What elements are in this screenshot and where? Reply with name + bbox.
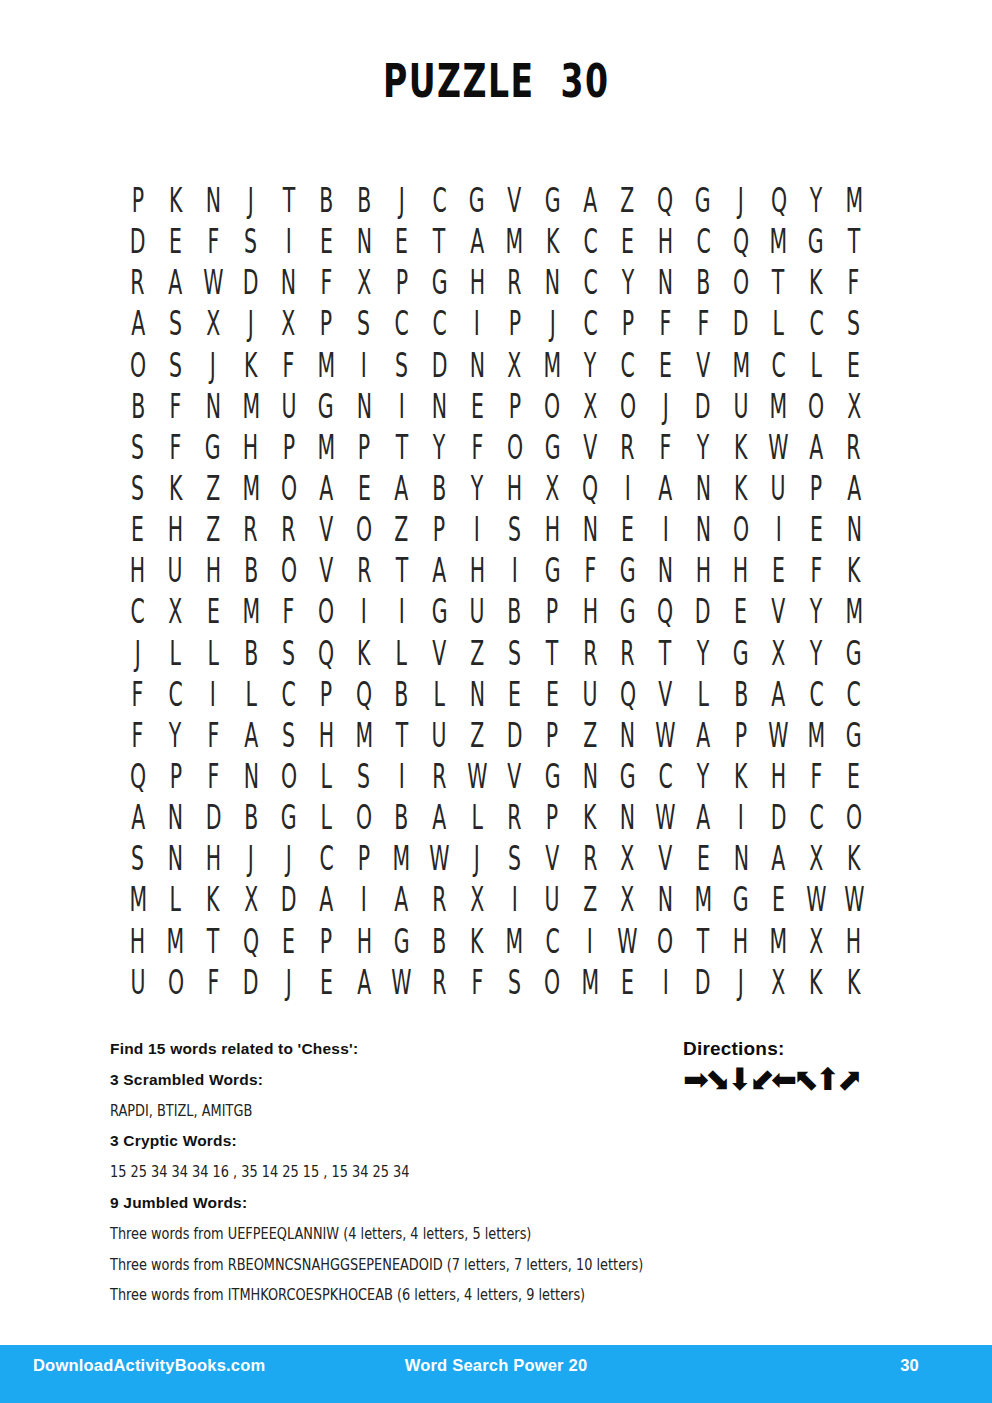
grid-cell[interactable]: C [383,303,421,344]
grid-cell[interactable]: G [194,427,232,468]
grid-cell[interactable]: N [345,386,383,427]
grid-cell[interactable]: N [722,838,760,879]
grid-cell[interactable]: L [157,633,195,674]
grid-cell[interactable]: G [835,633,873,674]
grid-cell[interactable]: L [194,633,232,674]
grid-cell[interactable]: K [534,221,572,262]
grid-cell[interactable]: X [797,838,835,879]
grid-cell[interactable]: E [609,509,647,550]
grid-cell[interactable]: P [157,756,195,797]
grid-cell[interactable]: A [647,468,685,509]
grid-cell[interactable]: A [157,262,195,303]
grid-cell[interactable]: P [534,715,572,756]
grid-cell[interactable]: X [609,838,647,879]
grid-cell[interactable]: H [496,468,534,509]
grid-cell[interactable]: Q [760,180,798,221]
grid-cell[interactable]: Q [571,468,609,509]
grid-cell[interactable]: O [496,427,534,468]
grid-cell[interactable]: M [760,221,798,262]
grid-cell[interactable]: H [194,838,232,879]
grid-cell[interactable]: V [421,633,459,674]
grid-cell[interactable]: J [647,386,685,427]
grid-cell[interactable]: X [496,345,534,386]
grid-cell[interactable]: E [835,345,873,386]
grid-cell[interactable]: I [345,591,383,632]
grid-cell[interactable]: Y [684,427,722,468]
grid-cell[interactable]: K [571,797,609,838]
grid-cell[interactable]: G [534,427,572,468]
grid-cell[interactable]: E [760,550,798,591]
grid-cell[interactable]: J [383,180,421,221]
grid-cell[interactable]: O [119,345,157,386]
grid-cell[interactable]: X [760,962,798,1003]
grid-cell[interactable]: I [496,550,534,591]
grid-cell[interactable]: J [270,838,308,879]
grid-cell[interactable]: Q [647,591,685,632]
grid-cell[interactable]: D [684,962,722,1003]
grid-cell[interactable]: X [345,262,383,303]
grid-cell[interactable]: V [647,674,685,715]
grid-cell[interactable]: E [835,756,873,797]
grid-cell[interactable]: U [760,468,798,509]
grid-cell[interactable]: F [157,386,195,427]
grid-cell[interactable]: H [835,921,873,962]
grid-cell[interactable]: M [232,468,270,509]
grid-cell[interactable]: H [307,715,345,756]
grid-cell[interactable]: U [571,674,609,715]
grid-cell[interactable]: A [307,468,345,509]
grid-cell[interactable]: E [722,591,760,632]
grid-cell[interactable]: S [345,756,383,797]
grid-cell[interactable]: A [421,797,459,838]
grid-cell[interactable]: I [647,962,685,1003]
grid-cell[interactable]: E [157,221,195,262]
grid-cell[interactable]: U [722,386,760,427]
grid-cell[interactable]: G [534,180,572,221]
grid-cell[interactable]: W [383,962,421,1003]
grid-cell[interactable]: V [307,509,345,550]
grid-cell[interactable]: P [119,180,157,221]
grid-cell[interactable]: B [119,386,157,427]
grid-cell[interactable]: J [458,838,496,879]
grid-cell[interactable]: N [835,509,873,550]
grid-cell[interactable]: I [345,345,383,386]
grid-cell[interactable]: R [119,262,157,303]
grid-cell[interactable]: O [270,756,308,797]
grid-cell[interactable]: P [345,838,383,879]
grid-cell[interactable]: K [835,838,873,879]
grid-cell[interactable]: O [270,550,308,591]
grid-cell[interactable]: N [194,180,232,221]
grid-cell[interactable]: T [684,921,722,962]
grid-cell[interactable]: O [307,591,345,632]
grid-cell[interactable]: D [119,221,157,262]
grid-cell[interactable]: N [609,715,647,756]
grid-cell[interactable]: B [496,591,534,632]
grid-cell[interactable]: P [307,921,345,962]
grid-cell[interactable]: N [157,838,195,879]
grid-cell[interactable]: S [232,221,270,262]
grid-cell[interactable]: D [684,386,722,427]
grid-cell[interactable]: Y [797,180,835,221]
grid-cell[interactable]: J [119,633,157,674]
grid-cell[interactable]: J [232,838,270,879]
grid-cell[interactable]: L [684,674,722,715]
grid-cell[interactable]: D [760,797,798,838]
grid-cell[interactable]: R [345,550,383,591]
grid-cell[interactable]: G [797,221,835,262]
grid-cell[interactable]: C [647,756,685,797]
grid-cell[interactable]: Z [571,715,609,756]
grid-cell[interactable]: X [157,591,195,632]
grid-cell[interactable]: C [119,591,157,632]
grid-cell[interactable]: S [835,303,873,344]
grid-cell[interactable]: H [345,921,383,962]
grid-cell[interactable]: H [760,756,798,797]
grid-cell[interactable]: U [119,962,157,1003]
grid-cell[interactable]: G [684,180,722,221]
grid-cell[interactable]: G [835,715,873,756]
grid-cell[interactable]: J [534,303,572,344]
grid-cell[interactable]: P [496,303,534,344]
grid-cell[interactable]: C [534,921,572,962]
grid-cell[interactable]: N [157,797,195,838]
grid-cell[interactable]: V [760,591,798,632]
grid-cell[interactable]: E [119,509,157,550]
grid-cell[interactable]: G [534,550,572,591]
grid-cell[interactable]: Q [307,633,345,674]
grid-cell[interactable]: R [270,509,308,550]
grid-cell[interactable]: I [722,797,760,838]
grid-cell[interactable]: F [270,591,308,632]
grid-cell[interactable]: Z [609,180,647,221]
grid-cell[interactable]: C [157,674,195,715]
grid-cell[interactable]: L [232,674,270,715]
grid-cell[interactable]: F [270,345,308,386]
grid-cell[interactable]: K [722,468,760,509]
grid-cell[interactable]: C [797,797,835,838]
grid-cell[interactable]: R [835,427,873,468]
grid-cell[interactable]: T [647,633,685,674]
grid-cell[interactable]: A [119,797,157,838]
grid-cell[interactable]: M [157,921,195,962]
grid-cell[interactable]: L [307,797,345,838]
grid-cell[interactable]: N [232,756,270,797]
grid-cell[interactable]: S [270,715,308,756]
grid-cell[interactable]: I [270,221,308,262]
grid-cell[interactable]: J [722,180,760,221]
grid-cell[interactable]: E [496,674,534,715]
grid-cell[interactable]: B [383,674,421,715]
grid-cell[interactable]: M [760,386,798,427]
grid-cell[interactable]: T [383,550,421,591]
grid-cell[interactable]: B [307,180,345,221]
grid-cell[interactable]: E [307,962,345,1003]
grid-cell[interactable]: G [307,386,345,427]
grid-cell[interactable]: V [307,550,345,591]
grid-cell[interactable]: C [571,221,609,262]
grid-cell[interactable]: T [760,262,798,303]
grid-cell[interactable]: A [383,468,421,509]
grid-cell[interactable]: Y [797,591,835,632]
grid-cell[interactable]: K [157,468,195,509]
grid-cell[interactable]: K [458,921,496,962]
grid-cell[interactable]: S [119,468,157,509]
grid-cell[interactable]: M [835,180,873,221]
grid-cell[interactable]: M [835,591,873,632]
grid-cell[interactable]: P [307,303,345,344]
grid-cell[interactable]: O [835,797,873,838]
grid-cell[interactable]: X [760,633,798,674]
grid-cell[interactable]: M [534,345,572,386]
grid-cell[interactable]: J [232,303,270,344]
grid-cell[interactable]: S [496,962,534,1003]
grid-cell[interactable]: I [647,509,685,550]
grid-cell[interactable]: F [835,262,873,303]
grid-cell[interactable]: Z [194,468,232,509]
grid-cell[interactable]: Z [571,879,609,920]
grid-cell[interactable]: N [684,509,722,550]
grid-cell[interactable]: C [307,838,345,879]
grid-cell[interactable]: K [722,756,760,797]
grid-cell[interactable]: F [647,303,685,344]
grid-cell[interactable]: E [609,962,647,1003]
grid-cell[interactable]: H [647,221,685,262]
grid-cell[interactable]: F [571,550,609,591]
grid-cell[interactable]: Y [684,633,722,674]
grid-cell[interactable]: Q [232,921,270,962]
grid-cell[interactable]: W [609,921,647,962]
grid-cell[interactable]: P [534,797,572,838]
grid-cell[interactable]: T [835,221,873,262]
grid-cell[interactable]: E [534,674,572,715]
grid-cell[interactable]: P [496,386,534,427]
grid-cell[interactable]: P [722,715,760,756]
grid-cell[interactable]: F [119,715,157,756]
grid-cell[interactable]: X [609,879,647,920]
grid-cell[interactable]: F [194,221,232,262]
grid-cell[interactable]: H [722,921,760,962]
grid-cell[interactable]: G [458,180,496,221]
grid-cell[interactable]: V [647,838,685,879]
grid-cell[interactable]: W [835,879,873,920]
grid-cell[interactable]: N [571,509,609,550]
grid-cell[interactable]: E [270,921,308,962]
grid-cell[interactable]: M [307,345,345,386]
grid-cell[interactable]: F [119,674,157,715]
grid-cell[interactable]: W [647,797,685,838]
grid-cell[interactable]: V [571,427,609,468]
grid-cell[interactable]: N [684,468,722,509]
grid-cell[interactable]: A [571,180,609,221]
grid-cell[interactable]: F [684,303,722,344]
grid-cell[interactable]: M [571,962,609,1003]
grid-cell[interactable]: H [722,550,760,591]
grid-cell[interactable]: J [270,962,308,1003]
grid-cell[interactable]: I [383,591,421,632]
grid-cell[interactable]: N [421,386,459,427]
grid-cell[interactable]: N [458,674,496,715]
grid-cell[interactable]: B [232,797,270,838]
grid-cell[interactable]: M [232,591,270,632]
grid-cell[interactable]: I [194,674,232,715]
grid-cell[interactable]: C [835,674,873,715]
grid-cell[interactable]: F [194,715,232,756]
grid-cell[interactable]: A [684,715,722,756]
grid-cell[interactable]: X [797,921,835,962]
grid-cell[interactable]: H [119,921,157,962]
grid-cell[interactable]: Q [722,221,760,262]
grid-cell[interactable]: I [458,303,496,344]
grid-cell[interactable]: H [571,591,609,632]
grid-cell[interactable]: O [609,386,647,427]
grid-cell[interactable]: K [232,345,270,386]
grid-cell[interactable]: Y [609,262,647,303]
grid-cell[interactable]: A [458,221,496,262]
grid-cell[interactable]: C [270,674,308,715]
grid-cell[interactable]: T [383,427,421,468]
grid-cell[interactable]: X [232,879,270,920]
grid-cell[interactable]: R [609,427,647,468]
grid-cell[interactable]: T [194,921,232,962]
grid-cell[interactable]: O [270,468,308,509]
grid-cell[interactable]: W [421,838,459,879]
grid-cell[interactable]: J [194,345,232,386]
grid-cell[interactable]: D [421,345,459,386]
grid-cell[interactable]: T [534,633,572,674]
grid-cell[interactable]: E [684,838,722,879]
grid-cell[interactable]: S [270,633,308,674]
grid-cell[interactable]: N [571,756,609,797]
grid-cell[interactable]: X [571,386,609,427]
grid-cell[interactable]: A [232,715,270,756]
grid-cell[interactable]: G [421,262,459,303]
grid-cell[interactable]: S [119,427,157,468]
grid-cell[interactable]: D [232,962,270,1003]
grid-cell[interactable]: N [647,262,685,303]
grid-cell[interactable]: R [421,756,459,797]
grid-cell[interactable]: P [307,674,345,715]
grid-cell[interactable]: F [194,962,232,1003]
grid-cell[interactable]: H [194,550,232,591]
grid-cell[interactable]: A [307,879,345,920]
grid-cell[interactable]: A [760,674,798,715]
grid-cell[interactable]: C [571,262,609,303]
grid-cell[interactable]: M [345,715,383,756]
grid-cell[interactable]: Y [157,715,195,756]
grid-cell[interactable]: P [270,427,308,468]
grid-cell[interactable]: C [760,345,798,386]
grid-cell[interactable]: M [722,345,760,386]
grid-cell[interactable]: C [684,221,722,262]
grid-cell[interactable]: W [760,427,798,468]
grid-cell[interactable]: H [458,550,496,591]
grid-cell[interactable]: E [383,221,421,262]
grid-cell[interactable]: A [797,427,835,468]
grid-cell[interactable]: H [232,427,270,468]
grid-cell[interactable]: A [835,468,873,509]
grid-cell[interactable]: F [157,427,195,468]
grid-cell[interactable]: Y [684,756,722,797]
grid-cell[interactable]: P [345,427,383,468]
grid-cell[interactable]: B [722,674,760,715]
grid-cell[interactable]: S [157,345,195,386]
grid-cell[interactable]: P [609,303,647,344]
grid-cell[interactable]: R [421,962,459,1003]
grid-cell[interactable]: N [458,345,496,386]
grid-cell[interactable]: A [119,303,157,344]
grid-cell[interactable]: M [232,386,270,427]
grid-cell[interactable]: X [270,303,308,344]
grid-cell[interactable]: H [458,262,496,303]
grid-cell[interactable]: D [232,262,270,303]
grid-cell[interactable]: Q [119,756,157,797]
grid-cell[interactable]: E [647,345,685,386]
grid-cell[interactable]: C [571,303,609,344]
grid-cell[interactable]: N [609,797,647,838]
grid-cell[interactable]: R [496,797,534,838]
grid-cell[interactable]: S [345,303,383,344]
grid-cell[interactable]: X [458,879,496,920]
grid-cell[interactable]: Z [458,633,496,674]
grid-cell[interactable]: C [797,303,835,344]
grid-cell[interactable]: G [722,633,760,674]
grid-cell[interactable]: G [609,756,647,797]
grid-cell[interactable]: I [760,509,798,550]
grid-cell[interactable]: L [458,797,496,838]
grid-cell[interactable]: W [760,715,798,756]
grid-cell[interactable]: A [383,879,421,920]
grid-cell[interactable]: U [270,386,308,427]
grid-cell[interactable]: Z [383,509,421,550]
grid-cell[interactable]: S [383,345,421,386]
grid-cell[interactable]: B [232,550,270,591]
grid-cell[interactable]: V [496,180,534,221]
grid-cell[interactable]: P [797,468,835,509]
grid-cell[interactable]: O [722,262,760,303]
grid-cell[interactable]: X [194,303,232,344]
grid-cell[interactable]: G [383,921,421,962]
grid-cell[interactable]: A [760,838,798,879]
grid-cell[interactable]: G [609,550,647,591]
grid-cell[interactable]: A [345,962,383,1003]
grid-cell[interactable]: S [496,838,534,879]
grid-cell[interactable]: V [496,756,534,797]
grid-cell[interactable]: U [458,591,496,632]
grid-cell[interactable]: M [496,221,534,262]
grid-cell[interactable]: R [571,838,609,879]
grid-cell[interactable]: K [194,879,232,920]
grid-cell[interactable]: L [797,345,835,386]
grid-cell[interactable]: H [157,509,195,550]
grid-cell[interactable]: A [421,550,459,591]
grid-cell[interactable]: Z [194,509,232,550]
grid-cell[interactable]: N [534,262,572,303]
grid-cell[interactable]: P [383,262,421,303]
grid-cell[interactable]: L [383,633,421,674]
grid-cell[interactable]: G [270,797,308,838]
grid-cell[interactable]: H [119,550,157,591]
grid-cell[interactable]: K [722,427,760,468]
grid-cell[interactable]: O [157,962,195,1003]
grid-cell[interactable]: R [421,879,459,920]
grid-cell[interactable]: B [345,180,383,221]
grid-cell[interactable]: I [383,386,421,427]
grid-cell[interactable]: I [383,756,421,797]
grid-cell[interactable]: T [383,715,421,756]
grid-cell[interactable]: H [684,550,722,591]
grid-cell[interactable]: J [722,962,760,1003]
